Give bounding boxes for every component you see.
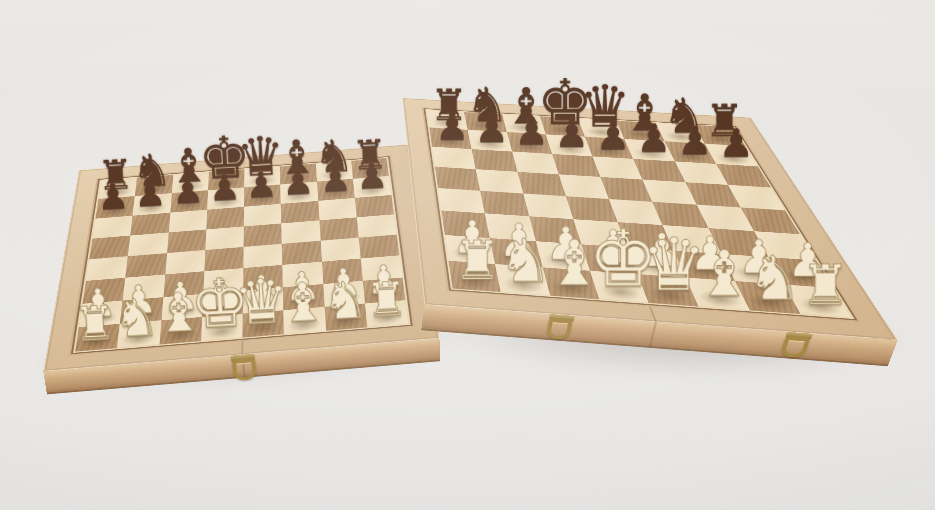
white-bishop-piece: ♝: [695, 242, 752, 305]
square-r5c2: [476, 169, 523, 193]
black-pawn-piece: ♟: [208, 170, 242, 207]
left-chess-board: ♜♞♝♚♛♝♞♜♟♟♟♟♟♟♟♟♟♟♟♟♟♟♟♟♜♞♝♚♛♝♞♜: [75, 158, 408, 352]
black-pawn-piece: ♟: [595, 117, 630, 156]
square-r1c4: ♚: [201, 314, 243, 342]
square-r7c5: ♟: [244, 185, 281, 207]
chess-set-right-large: ♜♞♝♚♛♝♞♜♟♟♟♟♟♟♟♟♟♟♟♟♟♟♟♟♜♞♝♚♛♝♞♜: [428, 0, 884, 320]
black-pawn-piece: ♟: [677, 121, 712, 160]
black-pawn-piece: ♟: [171, 172, 205, 209]
black-pawn-piece: ♟: [475, 110, 509, 148]
square-r1c2: ♞: [117, 320, 161, 348]
square-r5c1: [435, 167, 480, 191]
white-knight-piece: ♞: [499, 231, 553, 291]
black-pawn-piece: ♟: [435, 107, 469, 145]
square-r7c1: ♟: [429, 128, 471, 149]
square-r7c2: ♟: [133, 193, 172, 215]
brass-clasp: [227, 353, 260, 382]
square-r7c6: ♟: [281, 182, 318, 204]
square-r1c4: ♚: [590, 271, 649, 303]
black-pawn-piece: ♟: [355, 158, 388, 195]
square-r1c6: ♝: [686, 277, 749, 310]
clasp-ring: [780, 336, 811, 358]
fold-seam: [649, 322, 657, 346]
square-r7c8: ♟: [353, 176, 392, 198]
black-pawn-piece: ♟: [515, 112, 550, 150]
white-knight-piece: ♞: [112, 291, 161, 345]
right-board-box: ♜♞♝♚♛♝♞♜♟♟♟♟♟♟♟♟♟♟♟♟♟♟♟♟♜♞♝♚♛♝♞♜: [402, 98, 897, 340]
square-r7c3: ♟: [507, 132, 552, 154]
square-r4c1: [438, 188, 485, 214]
left-board-top: ♜♞♝♚♛♝♞♜♟♟♟♟♟♟♟♟♟♟♟♟♟♟♟♟♜♞♝♚♛♝♞♜: [43, 144, 439, 371]
square-r7c4: ♟: [207, 188, 244, 210]
white-knight-piece: ♞: [747, 248, 802, 309]
square-r6c1: [432, 147, 476, 170]
square-r1c1: ♜: [75, 324, 120, 352]
right-chess-board: ♜♞♝♚♛♝♞♜♟♟♟♟♟♟♟♟♟♟♟♟♟♟♟♟♜♞♝♚♛♝♞♜: [427, 110, 852, 318]
square-r1c1: ♜: [449, 261, 501, 292]
black-pawn-piece: ♟: [245, 167, 279, 204]
left-board-box: ♜♞♝♚♛♝♞♜♟♟♟♟♟♟♟♟♟♟♟♟♟♟♟♟♜♞♝♚♛♝♞♜: [43, 144, 439, 371]
black-pawn-piece: ♟: [555, 114, 590, 153]
brass-clasp: [542, 313, 577, 340]
square-r1c8: ♜: [365, 300, 409, 327]
black-pawn-piece: ♟: [96, 178, 130, 215]
square-r1c5: ♛: [638, 274, 699, 306]
square-r7c1: ♟: [96, 196, 135, 218]
square-r7c2: ♟: [468, 130, 512, 151]
square-r6c5: [244, 204, 282, 227]
studio-background: ♜♞♝♚♛♝♞♜♟♟♟♟♟♟♟♟♟♟♟♟♟♟♟♟♜♞♝♚♛♝♞♜ ♜♞♝♚♛♝♞…: [0, 0, 935, 510]
square-r7c7: ♟: [317, 179, 355, 201]
white-bishop-piece: ♝: [153, 286, 204, 342]
clasp-ring: [231, 358, 256, 381]
chess-set-left-small: ♜♞♝♚♛♝♞♜♟♟♟♟♟♟♟♟♟♟♟♟♟♟♟♟♜♞♝♚♛♝♞♜: [24, 0, 440, 366]
right-board-top: ♜♞♝♚♛♝♞♜♟♟♟♟♟♟♟♟♟♟♟♟♟♟♟♟♜♞♝♚♛♝♞♜: [402, 98, 897, 340]
white-rook-piece: ♜: [453, 234, 501, 288]
white-knight-piece: ♞: [321, 274, 369, 327]
white-rook-piece: ♜: [801, 258, 851, 313]
square-r1c3: ♝: [159, 317, 202, 345]
square-r6c2: [472, 149, 517, 172]
black-pawn-piece: ♟: [719, 124, 754, 163]
square-r7c3: ♟: [170, 190, 208, 212]
white-rook-piece: ♜: [73, 300, 117, 348]
clasp-ring: [546, 318, 573, 340]
square-r1c7: ♞: [324, 303, 367, 330]
black-pawn-piece: ♟: [318, 161, 352, 198]
square-r1c2: ♞: [495, 264, 549, 296]
white-rook-piece: ♜: [365, 276, 409, 324]
brass-clasp: [776, 331, 816, 359]
black-pawn-piece: ♟: [134, 175, 168, 212]
black-pawn-piece: ♟: [282, 164, 316, 201]
black-pawn-piece: ♟: [636, 119, 671, 158]
